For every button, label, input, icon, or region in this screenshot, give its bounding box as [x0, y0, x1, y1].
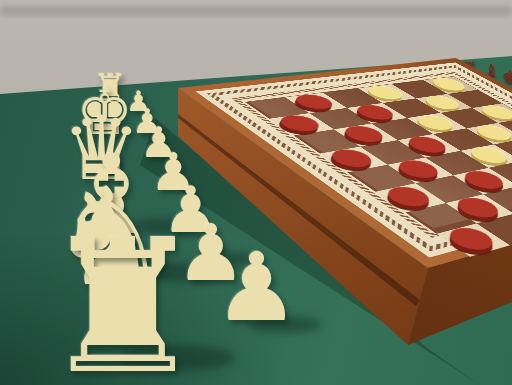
checkers-photo-scene: ♞♜♝♚ ●●●●●●●●●●●●●●●●●●●●●●●● ♜♚♛♝♞♜♟♟♟♟…: [0, 0, 512, 385]
wall-shadow-line: [0, 7, 512, 15]
offboard-cream-pawn-7: ♟: [214, 240, 299, 335]
